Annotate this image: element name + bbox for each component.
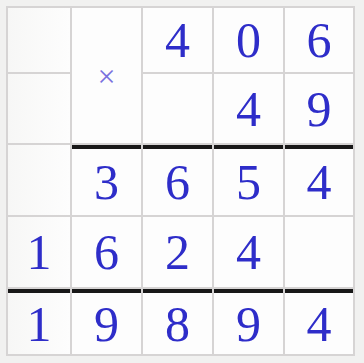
product-digit: 9	[72, 289, 141, 354]
product-digit: 4	[285, 289, 353, 354]
empty-cell	[285, 217, 353, 287]
multiplicand-digit: 0	[214, 8, 283, 72]
multiplicand-digit: 6	[285, 8, 353, 72]
partial-product-1-digit: 4	[285, 145, 353, 215]
partial-product-2-digit: 4	[214, 217, 283, 287]
product-digit: 9	[214, 289, 283, 354]
partial-product-2-digit: 2	[143, 217, 212, 287]
multiplication-operator-cell: ×	[72, 8, 141, 143]
partial-product-1-digit: 5	[214, 145, 283, 215]
product-digit: 1	[8, 289, 70, 354]
multiplier-digit: 9	[285, 74, 353, 143]
multiplier-digit: 4	[214, 74, 283, 143]
multiplicand-digit: 4	[143, 8, 212, 72]
partial-product-1-digit: 6	[143, 145, 212, 215]
multiply-icon: ×	[97, 60, 115, 92]
product-digit: 8	[143, 289, 212, 354]
empty-cell	[8, 74, 70, 143]
partial-product-1-digit: 3	[72, 145, 141, 215]
empty-cell	[143, 74, 212, 143]
long-multiplication-grid: × 4 0 6 4 9 3 6 5 4 1 6 2 4 1 9 8 9 4	[6, 6, 355, 356]
worksheet-page: × 4 0 6 4 9 3 6 5 4 1 6 2 4 1 9 8 9 4	[0, 0, 364, 363]
empty-cell	[8, 145, 70, 215]
partial-product-2-digit: 1	[8, 217, 70, 287]
partial-product-2-digit: 6	[72, 217, 141, 287]
empty-cell	[8, 8, 70, 72]
